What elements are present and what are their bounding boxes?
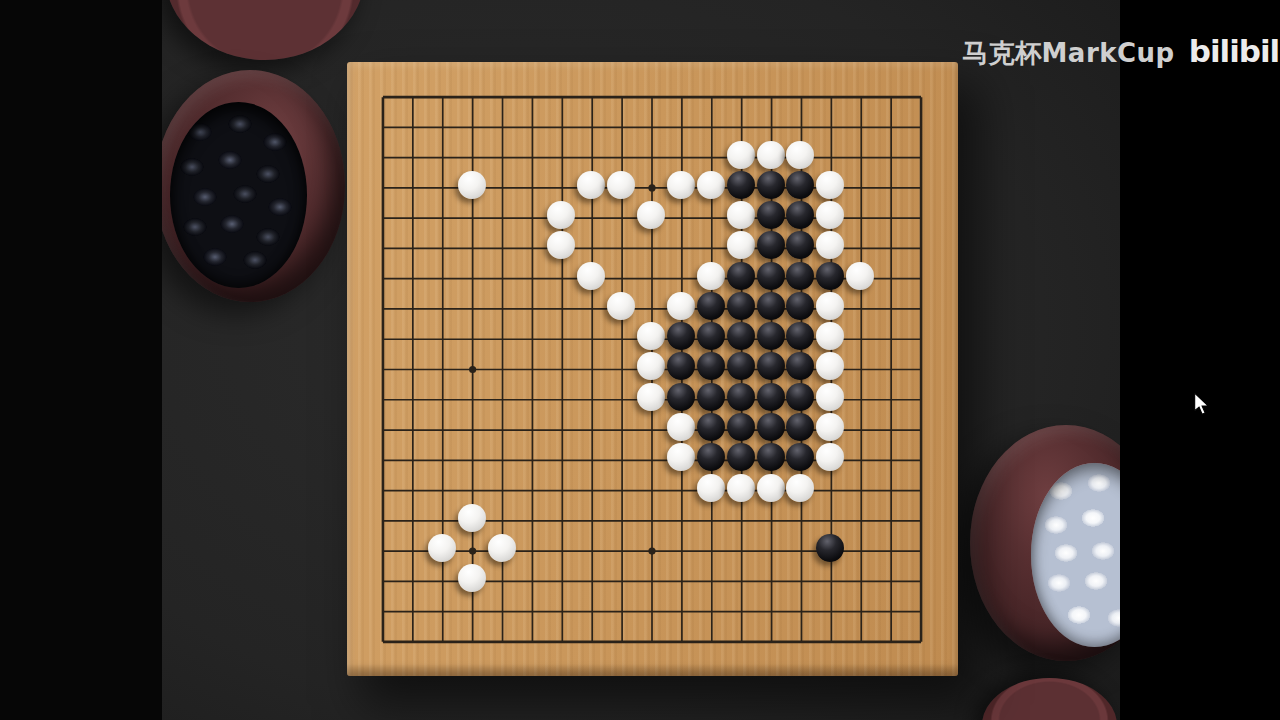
white-stone-H16 — [577, 171, 605, 199]
white-stone-N15 — [727, 201, 755, 229]
stones-layer — [368, 82, 936, 657]
black-stone-O7 — [757, 443, 785, 471]
black-stone-O16 — [757, 171, 785, 199]
black-stone-P14 — [786, 231, 814, 259]
black-stone-O13 — [757, 262, 785, 290]
black-stone-M9 — [697, 383, 725, 411]
mouse-cursor — [1194, 393, 1210, 415]
black-stone-P13 — [786, 262, 814, 290]
white-stone-Q15 — [816, 201, 844, 229]
black-stone-P16 — [786, 171, 814, 199]
black-stone-N10 — [727, 352, 755, 380]
black-stone-P8 — [786, 413, 814, 441]
white-stone-N6 — [727, 474, 755, 502]
white-stone-O17 — [757, 141, 785, 169]
white-stone-E4 — [488, 534, 516, 562]
white-stone-P17 — [786, 141, 814, 169]
black-stone-M12 — [697, 292, 725, 320]
black-stone-O11 — [757, 322, 785, 350]
white-stone-D16 — [458, 171, 486, 199]
table-scene — [162, 0, 1120, 720]
black-stone-N13 — [727, 262, 755, 290]
white-stone-Q8 — [816, 413, 844, 441]
black-stone-L9 — [667, 383, 695, 411]
black-stone-M10 — [697, 352, 725, 380]
black-stone-Q13 — [816, 262, 844, 290]
white-stone-R13 — [846, 262, 874, 290]
black-stone-O12 — [757, 292, 785, 320]
white-stone-P6 — [786, 474, 814, 502]
bilibili-logo: bilibili — [1189, 33, 1280, 69]
white-stone-N17 — [727, 141, 755, 169]
black-stone-O8 — [757, 413, 785, 441]
white-stone-Q9 — [816, 383, 844, 411]
go-board[interactable] — [347, 62, 958, 676]
white-stone-K15 — [637, 201, 665, 229]
black-stone-M11 — [697, 322, 725, 350]
left-letterbox-bar — [0, 0, 162, 720]
black-stone-N12 — [727, 292, 755, 320]
black-stone-N11 — [727, 322, 755, 350]
black-stone-P7 — [786, 443, 814, 471]
white-stone-L12 — [667, 292, 695, 320]
black-stone-O15 — [757, 201, 785, 229]
white-stone-Q14 — [816, 231, 844, 259]
black-stone-P12 — [786, 292, 814, 320]
black-stone-N8 — [727, 413, 755, 441]
white-stone-G14 — [547, 231, 575, 259]
white-stone-Q12 — [816, 292, 844, 320]
white-stone-K10 — [637, 352, 665, 380]
white-stone-L16 — [667, 171, 695, 199]
black-stone-P11 — [786, 322, 814, 350]
black-stone-L10 — [667, 352, 695, 380]
white-stone-C4 — [428, 534, 456, 562]
white-stone-Q7 — [816, 443, 844, 471]
black-stone-N9 — [727, 383, 755, 411]
black-stone-O10 — [757, 352, 785, 380]
white-stone-D5 — [458, 504, 486, 532]
white-stone-H13 — [577, 262, 605, 290]
white-stone-M13 — [697, 262, 725, 290]
video-frame: 马克杯MarkCup bilibili — [0, 0, 1280, 720]
bowl-lid-top-left — [165, 0, 365, 60]
bowl-lid-bottom-right — [982, 678, 1117, 720]
black-stone-N16 — [727, 171, 755, 199]
channel-name: 马克杯MarkCup — [962, 36, 1175, 71]
black-stone-O9 — [757, 383, 785, 411]
white-stone-D3 — [458, 564, 486, 592]
right-letterbox-bar — [1120, 0, 1280, 720]
white-stone-K9 — [637, 383, 665, 411]
white-stone-N14 — [727, 231, 755, 259]
white-stone-L7 — [667, 443, 695, 471]
black-stone-L11 — [667, 322, 695, 350]
black-stone-N7 — [727, 443, 755, 471]
white-stone-Q10 — [816, 352, 844, 380]
white-stone-G15 — [547, 201, 575, 229]
white-stone-J12 — [607, 292, 635, 320]
white-stone-M16 — [697, 171, 725, 199]
black-stones-in-bowl — [170, 102, 307, 288]
white-stone-Q16 — [816, 171, 844, 199]
black-stone-P15 — [786, 201, 814, 229]
white-stone-L8 — [667, 413, 695, 441]
watermark: 马克杯MarkCup bilibili — [962, 33, 1280, 71]
black-stone-P9 — [786, 383, 814, 411]
black-stones-bowl — [155, 70, 345, 302]
white-stone-M6 — [697, 474, 725, 502]
black-stone-O14 — [757, 231, 785, 259]
black-stone-Q4 — [816, 534, 844, 562]
white-stone-J16 — [607, 171, 635, 199]
black-stone-M7 — [697, 443, 725, 471]
white-stone-K11 — [637, 322, 665, 350]
black-stone-P10 — [786, 352, 814, 380]
white-stone-O6 — [757, 474, 785, 502]
black-stone-M8 — [697, 413, 725, 441]
white-stone-Q11 — [816, 322, 844, 350]
